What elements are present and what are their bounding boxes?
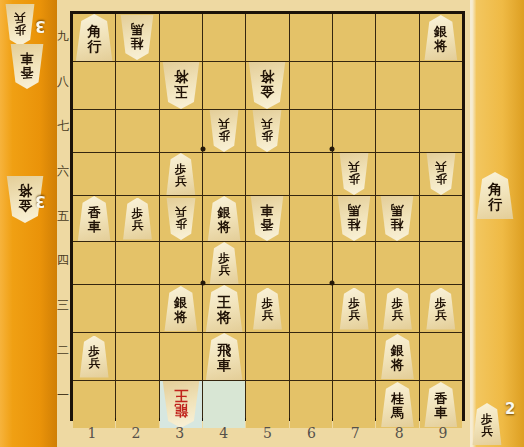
rank-label-六: 六: [56, 149, 70, 194]
piece-kanji: 桂 馬: [391, 203, 404, 233]
board-square-5八[interactable]: 金 将: [246, 62, 288, 109]
board-square-3九[interactable]: [160, 14, 202, 61]
board-square-2七[interactable]: [116, 110, 158, 152]
piece-kanji: 桂 馬: [131, 22, 144, 52]
shogi-piece-桂馬[interactable]: 桂 馬: [337, 196, 371, 241]
board-square-8三[interactable]: 歩 兵: [376, 285, 418, 332]
board-square-5七[interactable]: 歩 兵: [246, 110, 288, 152]
file-label-4: 4: [202, 421, 246, 445]
piece-kanji: 歩 兵: [435, 161, 447, 188]
piece-kanji: 歩 兵: [262, 295, 274, 322]
hand-piece-pawn[interactable]: 歩 兵: [472, 403, 502, 445]
shogi-piece-香車[interactable]: 香 車: [250, 196, 284, 241]
star-point: [200, 146, 205, 151]
board-square-7二[interactable]: [333, 333, 375, 380]
board-square-8六[interactable]: [376, 153, 418, 195]
board-square-4二[interactable]: 飛 車: [203, 333, 245, 380]
shogi-piece-角行[interactable]: 角 行: [75, 14, 113, 61]
shogi-piece-桂馬[interactable]: 桂 馬: [120, 15, 154, 60]
board-square-5三[interactable]: 歩 兵: [246, 285, 288, 332]
piece-kanji: 角 行: [87, 21, 101, 53]
file-label-7: 7: [333, 421, 377, 445]
board-square-4五[interactable]: 銀 将: [203, 196, 245, 241]
board-square-5五[interactable]: 香 車: [246, 196, 288, 241]
file-label-5: 5: [246, 421, 290, 445]
rank-label-七: 七: [56, 104, 70, 149]
file-label-6: 6: [289, 421, 333, 445]
shogi-piece-歩兵[interactable]: 歩 兵: [426, 153, 456, 195]
file-label-1: 1: [70, 421, 114, 445]
piece-kanji: 歩 兵: [88, 343, 100, 370]
hand-piece-bishop[interactable]: 角 行: [476, 172, 514, 219]
captured-pieces-stand-right: 角 行 歩 兵 2: [470, 0, 524, 447]
piece-kanji: 飛 車: [217, 340, 231, 372]
shogi-piece-歩兵[interactable]: 歩 兵: [209, 242, 239, 284]
board-square-3四[interactable]: [160, 242, 202, 284]
hand-piece-pawn[interactable]: 歩 兵: [5, 4, 35, 46]
shogi-piece-香車[interactable]: 香 車: [77, 196, 111, 241]
board-square-6五[interactable]: [290, 196, 332, 241]
board-square-9八[interactable]: [420, 62, 462, 109]
board-square-3八[interactable]: 玉 将: [160, 62, 202, 109]
board-square-6七[interactable]: [290, 110, 332, 152]
board-square-8七[interactable]: [376, 110, 418, 152]
shogi-piece-歩兵[interactable]: 歩 兵: [79, 336, 109, 378]
board-square-7八[interactable]: [333, 62, 375, 109]
hand-count: 3: [35, 192, 45, 210]
file-label-3: 3: [158, 421, 202, 445]
shogi-piece-歩兵[interactable]: 歩 兵: [382, 288, 412, 330]
hand-piece-lance[interactable]: 香 車: [10, 44, 44, 89]
board-square-9六[interactable]: 歩 兵: [420, 153, 462, 195]
board-square-4九[interactable]: [203, 14, 245, 61]
shogi-board: 角 行桂 馬銀 将玉 将金 将歩 兵歩 兵歩 兵歩 兵歩 兵香 車歩 兵歩 兵銀…: [70, 11, 465, 421]
board-square-5二[interactable]: [246, 333, 288, 380]
board-square-6三[interactable]: [290, 285, 332, 332]
board-square-5六[interactable]: [246, 153, 288, 195]
star-point: [330, 281, 335, 286]
board-square-3五[interactable]: 歩 兵: [160, 196, 202, 241]
file-labels: 123456789: [70, 421, 465, 445]
shogi-piece-玉将[interactable]: 玉 将: [162, 62, 200, 109]
board-square-2六[interactable]: [116, 153, 158, 195]
board-square-2五[interactable]: 歩 兵: [116, 196, 158, 241]
piece-kanji: 桂 馬: [391, 389, 404, 419]
piece-kanji: 歩 兵: [348, 161, 360, 188]
board-square-1三[interactable]: [73, 285, 115, 332]
shogi-piece-歩兵[interactable]: 歩 兵: [339, 153, 369, 195]
board-square-4八[interactable]: [203, 62, 245, 109]
rank-label-八: 八: [56, 59, 70, 104]
piece-kanji: 香 車: [434, 389, 447, 419]
board-square-2四[interactable]: [116, 242, 158, 284]
board-square-7五[interactable]: 桂 馬: [333, 196, 375, 241]
shogi-piece-歩兵[interactable]: 歩 兵: [252, 288, 282, 330]
shogi-piece-歩兵[interactable]: 歩 兵: [166, 153, 196, 195]
board-square-5九[interactable]: [246, 14, 288, 61]
star-point: [200, 281, 205, 286]
piece-kanji: 歩 兵: [132, 205, 144, 232]
piece-kanji: 角 行: [488, 179, 502, 211]
board-square-1九[interactable]: 角 行: [73, 14, 115, 61]
board-square-4七[interactable]: 歩 兵: [203, 110, 245, 152]
board-square-3三[interactable]: 銀 将: [160, 285, 202, 332]
piece-kanji: 香 車: [261, 203, 274, 233]
board-square-7七[interactable]: [333, 110, 375, 152]
shogi-piece-歩兵[interactable]: 歩 兵: [209, 110, 239, 152]
shogi-piece-王将[interactable]: 王 将: [205, 285, 243, 332]
piece-kanji: 銀 将: [174, 293, 187, 323]
board-square-6八[interactable]: [290, 62, 332, 109]
board-square-3六[interactable]: 歩 兵: [160, 153, 202, 195]
board-square-8二[interactable]: 銀 将: [376, 333, 418, 380]
piece-kanji: 桂 馬: [348, 203, 361, 233]
board-square-5四[interactable]: [246, 242, 288, 284]
board-square-8五[interactable]: 桂 馬: [376, 196, 418, 241]
shogi-piece-歩兵[interactable]: 歩 兵: [122, 198, 152, 240]
shogi-piece-銀将[interactable]: 銀 将: [164, 286, 198, 331]
shogi-piece-歩兵[interactable]: 歩 兵: [252, 110, 282, 152]
board-square-9四[interactable]: [420, 242, 462, 284]
board-square-6六[interactable]: [290, 153, 332, 195]
piece-kanji: 銀 将: [218, 203, 231, 233]
star-point: [330, 146, 335, 151]
hand-count: 2: [505, 400, 515, 418]
board-square-2三[interactable]: [116, 285, 158, 332]
shogi-piece-銀将[interactable]: 銀 将: [380, 334, 414, 379]
piece-kanji: 歩 兵: [218, 250, 230, 277]
rank-label-四: 四: [56, 238, 70, 283]
file-label-2: 2: [114, 421, 158, 445]
board-square-2九[interactable]: 桂 馬: [116, 14, 158, 61]
board-square-7三[interactable]: 歩 兵: [333, 285, 375, 332]
board-square-1八[interactable]: [73, 62, 115, 109]
piece-kanji: 金 将: [18, 183, 32, 215]
piece-kanji: 歩 兵: [175, 205, 187, 232]
board-square-9九[interactable]: 銀 将: [420, 14, 462, 61]
board-square-8九[interactable]: [376, 14, 418, 61]
piece-kanji: 歩 兵: [218, 118, 230, 145]
board-panel: 角 行桂 馬銀 将玉 将金 将歩 兵歩 兵歩 兵歩 兵歩 兵香 車歩 兵歩 兵銀…: [57, 0, 470, 447]
board-square-4四[interactable]: 歩 兵: [203, 242, 245, 284]
piece-kanji: 歩 兵: [481, 411, 493, 438]
piece-kanji: 歩 兵: [435, 295, 447, 322]
rank-label-一: 一: [56, 373, 70, 418]
board-square-2八[interactable]: [116, 62, 158, 109]
board-square-7四[interactable]: [333, 242, 375, 284]
board-square-8八[interactable]: [376, 62, 418, 109]
board-square-9三[interactable]: 歩 兵: [420, 285, 462, 332]
file-label-8: 8: [377, 421, 421, 445]
rank-label-五: 五: [56, 194, 70, 239]
piece-kanji: 金 将: [260, 69, 274, 101]
shogi-piece-歩兵[interactable]: 歩 兵: [426, 288, 456, 330]
piece-kanji: 王 将: [217, 292, 231, 324]
piece-kanji: 歩 兵: [14, 12, 26, 39]
shogi-piece-飛車[interactable]: 飛 車: [205, 333, 243, 380]
piece-kanji: 香 車: [88, 203, 101, 233]
piece-kanji: 龍 王: [174, 388, 188, 420]
shogi-piece-金将[interactable]: 金 将: [248, 62, 286, 109]
board-square-1六[interactable]: [73, 153, 115, 195]
board-square-9五[interactable]: [420, 196, 462, 241]
hand-count: 3: [35, 17, 45, 35]
shogi-piece-歩兵[interactable]: 歩 兵: [339, 288, 369, 330]
board-square-6四[interactable]: [290, 242, 332, 284]
piece-kanji: 歩 兵: [262, 118, 274, 145]
piece-kanji: 銀 将: [434, 22, 447, 52]
board-square-1四[interactable]: [73, 242, 115, 284]
board-square-2二[interactable]: [116, 333, 158, 380]
rank-label-九: 九: [56, 14, 70, 59]
board-square-8四[interactable]: [376, 242, 418, 284]
board-square-7九[interactable]: [333, 14, 375, 61]
shogi-piece-桂馬[interactable]: 桂 馬: [380, 196, 414, 241]
captured-pieces-stand-left: 歩 兵 3 香 車 金 将 3: [0, 0, 58, 447]
piece-kanji: 歩 兵: [348, 295, 360, 322]
board-square-4六[interactable]: [203, 153, 245, 195]
board-square-1七[interactable]: [73, 110, 115, 152]
board-square-3七[interactable]: [160, 110, 202, 152]
shogi-piece-歩兵[interactable]: 歩 兵: [166, 198, 196, 240]
board-square-9七[interactable]: [420, 110, 462, 152]
piece-kanji: 香 車: [21, 51, 34, 81]
board-square-1五[interactable]: 香 車: [73, 196, 115, 241]
board-square-3二[interactable]: [160, 333, 202, 380]
piece-kanji: 銀 将: [391, 341, 404, 371]
rank-label-二: 二: [56, 328, 70, 373]
piece-kanji: 歩 兵: [175, 161, 187, 188]
piece-kanji: 玉 将: [174, 69, 188, 101]
board-square-6二[interactable]: [290, 333, 332, 380]
board-square-7六[interactable]: 歩 兵: [333, 153, 375, 195]
piece-kanji: 歩 兵: [392, 295, 404, 322]
board-square-9二[interactable]: [420, 333, 462, 380]
board-square-1二[interactable]: 歩 兵: [73, 333, 115, 380]
shogi-app: 歩 兵 3 香 車 金 将 3 角 行桂 馬銀 将玉 将金 将歩 兵歩 兵歩 兵…: [0, 0, 524, 447]
file-label-9: 9: [421, 421, 465, 445]
board-square-6九[interactable]: [290, 14, 332, 61]
rank-labels: 九八七六五四三二一: [56, 14, 70, 418]
shogi-piece-銀将[interactable]: 銀 将: [207, 196, 241, 241]
rank-label-三: 三: [56, 283, 70, 328]
shogi-piece-銀将[interactable]: 銀 将: [424, 15, 458, 60]
board-square-4三[interactable]: 王 将: [203, 285, 245, 332]
